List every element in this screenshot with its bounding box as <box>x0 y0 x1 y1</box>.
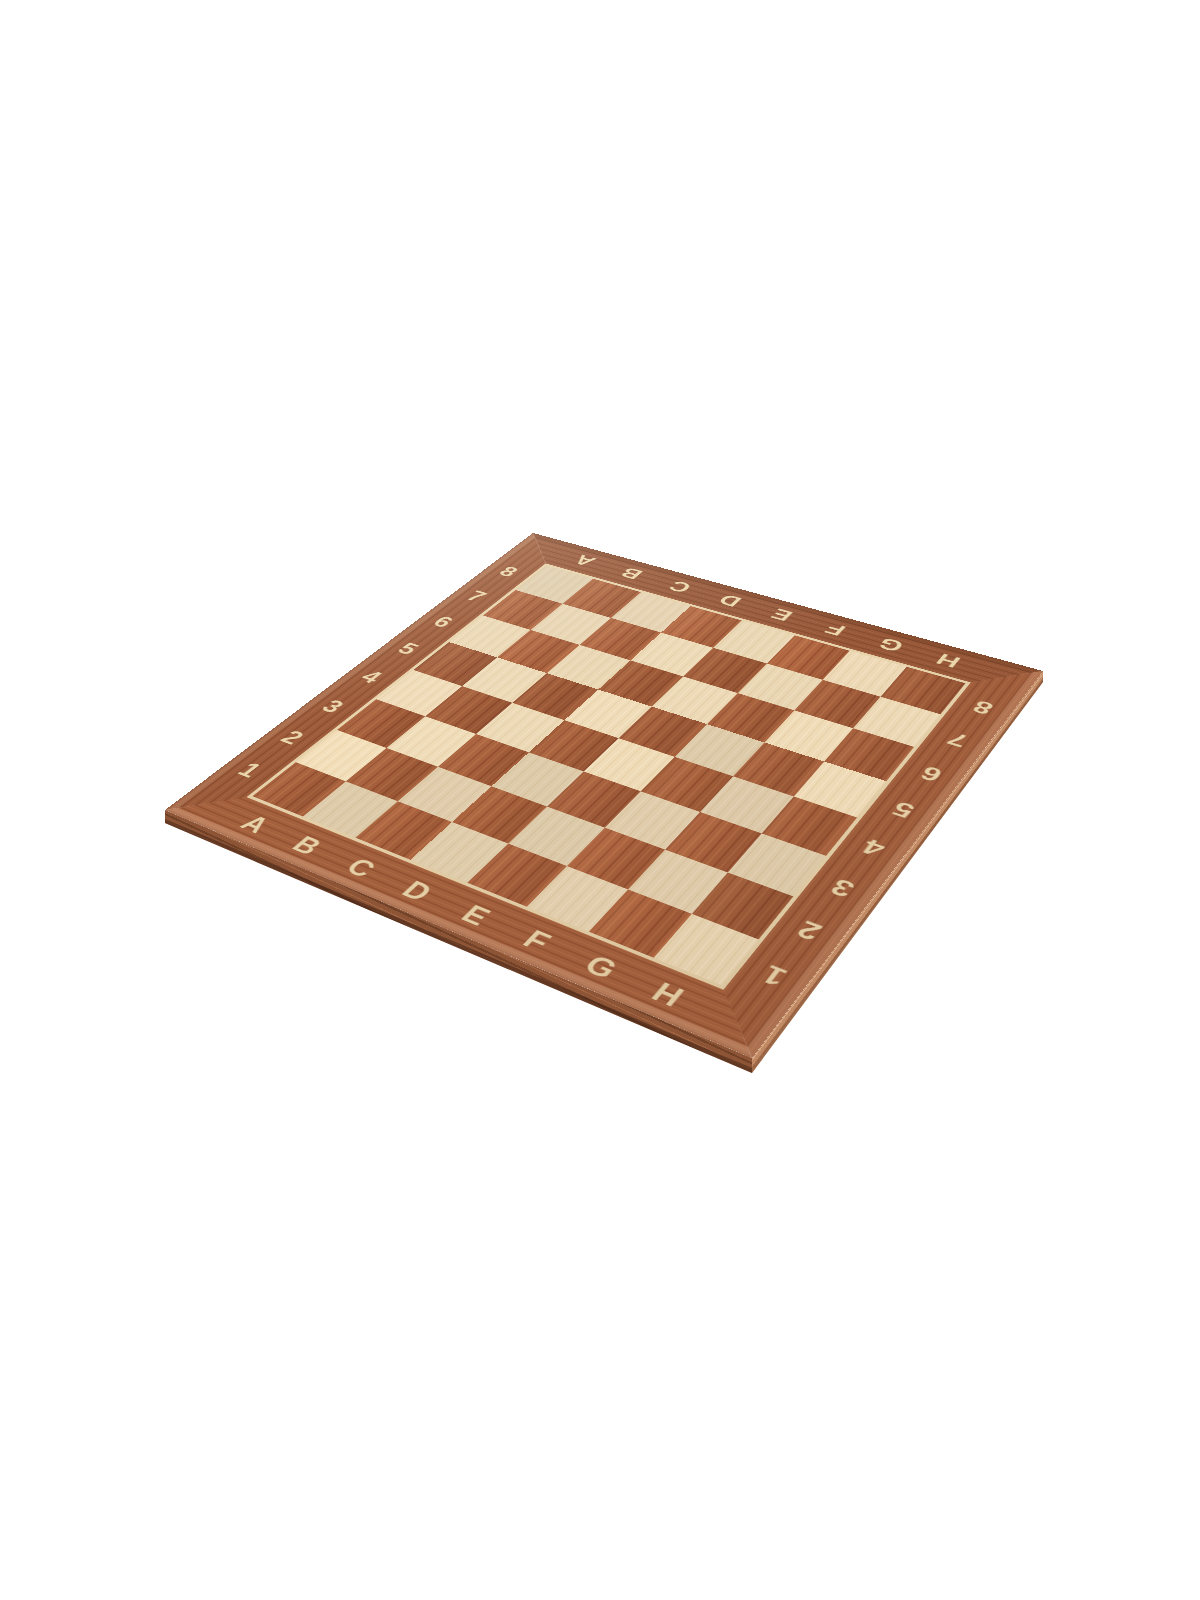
product-photo-stage: AABBCCDDEEFFGGHH1122334455667788 <box>0 0 1200 1600</box>
chess-board: AABBCCDDEEFFGGHH1122334455667788 <box>165 533 1043 1058</box>
